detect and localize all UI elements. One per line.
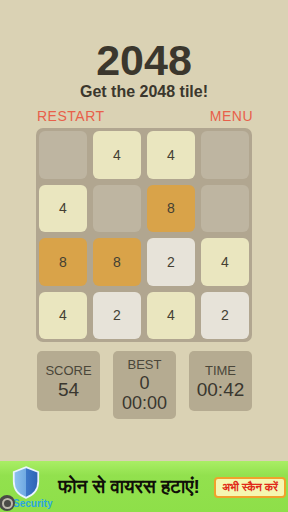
best-label: BEST (113, 357, 176, 373)
score-label: SCORE (37, 363, 100, 379)
empty-cell-r2c2 (93, 185, 141, 233)
time-value: 00:42 (189, 379, 252, 400)
best-value: 0 (113, 373, 176, 393)
app-screen: 2048 Get the 2048 tile! RESTART MENU 444… (0, 0, 288, 512)
score-value: 54 (37, 379, 100, 400)
toolbar: RESTART MENU (37, 108, 253, 124)
tile-2-r4c2: 2 (93, 292, 141, 340)
tile-8-r2c3: 8 (147, 185, 195, 233)
tile-4-r4c3: 4 (147, 292, 195, 340)
page-title: 2048 (0, 40, 288, 80)
empty-cell-r2c4 (201, 185, 249, 233)
tile-2-r3c3: 2 (147, 238, 195, 286)
tile-2-r4c4: 2 (201, 292, 249, 340)
menu-button[interactable]: MENU (210, 108, 253, 124)
restart-button[interactable]: RESTART (37, 108, 105, 124)
tile-8-r3c2: 8 (93, 238, 141, 286)
tile-8-r3c1: 8 (39, 238, 87, 286)
page-subtitle: Get the 2048 tile! (0, 83, 288, 101)
tile-4-r4c1: 4 (39, 292, 87, 340)
best-box: BEST 0 00:00 (113, 351, 176, 419)
tile-4-r3c4: 4 (201, 238, 249, 286)
security-shield-icon (12, 466, 40, 499)
best-time-value: 00:00 (113, 393, 176, 413)
tile-4-r2c1: 4 (39, 185, 87, 233)
empty-cell-r1c1 (39, 131, 87, 179)
scan-now-button[interactable]: अभी स्कैन करें (214, 477, 286, 498)
stats-row: SCORE 54 BEST 0 00:00 TIME 00:42 (37, 351, 252, 419)
game-board[interactable]: 444888244242 (36, 128, 252, 342)
time-box: TIME 00:42 (189, 351, 252, 411)
score-box: SCORE 54 (37, 351, 100, 411)
ad-banner[interactable]: Security फोन से वायरस हटाएं! अभी स्कैन क… (0, 461, 288, 512)
tile-4-r1c3: 4 (147, 131, 195, 179)
security-label: Security (13, 498, 52, 509)
time-label: TIME (189, 363, 252, 379)
ad-headline: फोन से वायरस हटाएं! (48, 472, 210, 501)
tile-4-r1c2: 4 (93, 131, 141, 179)
empty-cell-r1c4 (201, 131, 249, 179)
